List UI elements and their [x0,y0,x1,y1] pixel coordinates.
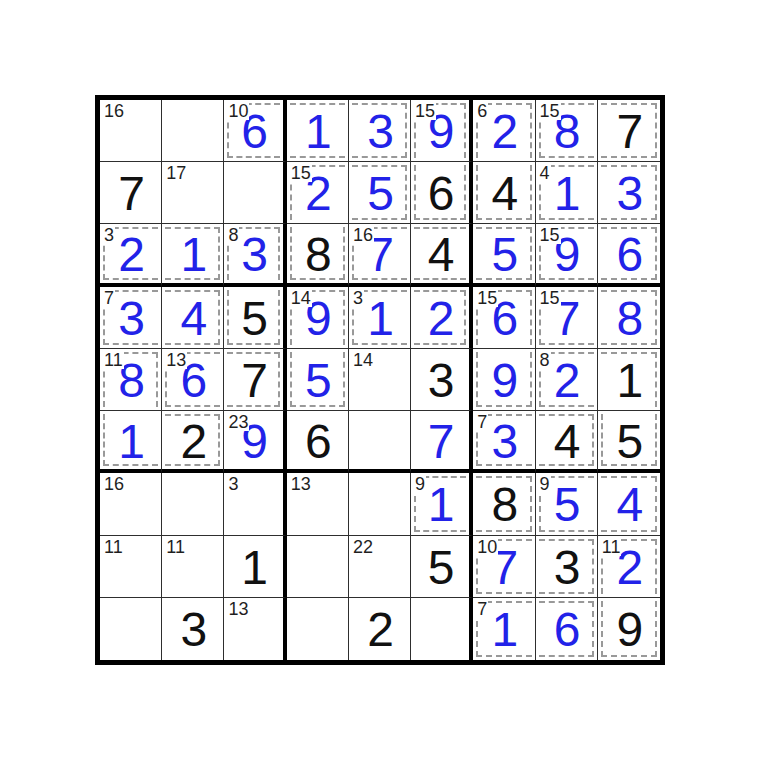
cage-sum-label: 10 [227,102,249,120]
cell-r4c6[interactable]: 2 [411,287,473,349]
solved-digit: 1 [118,418,145,466]
cage-sum-label: 7 [476,600,488,618]
cell-r9c5[interactable]: 2 [349,598,411,660]
cell-r5c7[interactable]: 9 [473,349,535,411]
cage-sum-label: 6 [476,102,488,120]
solved-digit: 2 [492,108,519,156]
cell-r5c4[interactable]: 5 [287,349,349,411]
cell-r5c9[interactable]: 1 [598,349,660,411]
solved-digit: 1 [305,108,332,156]
cell-r2c8[interactable]: 41 [536,162,598,224]
solved-digit: 5 [367,170,394,218]
cage-sum-label: 15 [290,164,312,182]
cell-r3c3[interactable]: 83 [224,224,286,286]
solved-digit: 1 [180,231,207,279]
cell-r1c3[interactable]: 106 [224,100,286,162]
solved-digit: 8 [617,295,644,343]
given-digit: 7 [118,170,145,218]
cell-r9c7[interactable]: 71 [473,598,535,660]
solved-digit: 4 [617,481,644,529]
cell-r6c5[interactable] [349,411,411,473]
given-digit: 8 [492,481,519,529]
cell-r2c6[interactable]: 6 [411,162,473,224]
cell-r8c2[interactable]: 11 [162,536,224,598]
cell-r2c2[interactable]: 17 [162,162,224,224]
given-digit: 3 [180,606,207,654]
cage-sum-label: 15 [476,289,498,307]
cell-r9c9[interactable]: 9 [598,598,660,660]
given-digit: 9 [617,606,644,654]
cage-sum-label: 13 [290,475,312,493]
cage-sum-label: 8 [539,351,551,369]
cell-r8c3[interactable]: 1 [224,536,286,598]
cell-r5c6[interactable]: 3 [411,349,473,411]
cage-sum-label: 9 [414,475,426,493]
cage-sum-label: 16 [352,226,374,244]
cell-r1c2[interactable] [162,100,224,162]
solved-digit: 5 [554,481,581,529]
cell-r1c4[interactable]: 1 [287,100,349,162]
cell-r7c9[interactable]: 4 [598,473,660,535]
cell-r7c8[interactable]: 95 [536,473,598,535]
solved-digit: 4 [180,295,207,343]
solved-digit: 5 [492,231,519,279]
solved-digit: 3 [617,170,644,218]
cell-r2c9[interactable]: 3 [598,162,660,224]
cage-sum-label: 11 [601,538,622,556]
solved-digit: 1 [554,170,581,218]
cell-r6c6[interactable]: 7 [411,411,473,473]
solved-digit: 3 [118,295,145,343]
cell-r8c1[interactable]: 11 [100,536,162,598]
cell-r5c5[interactable]: 14 [349,349,411,411]
solved-digit: 7 [428,418,455,466]
cell-r3c7[interactable]: 5 [473,224,535,286]
cage-sum-label: 3 [103,226,115,244]
solved-digit: 3 [492,418,519,466]
given-digit: 5 [428,544,455,592]
cell-r4c1[interactable]: 73 [100,287,162,349]
solved-digit: 9 [492,357,519,405]
given-digit: 1 [617,357,644,405]
cell-r3c8[interactable]: 159 [536,224,598,286]
cell-r3c6[interactable]: 4 [411,224,473,286]
cell-r1c1[interactable]: 16 [100,100,162,162]
cage-sum-label: 3 [227,475,239,493]
given-digit: 7 [617,108,644,156]
given-digit: 5 [241,295,268,343]
solved-digit: 3 [367,108,394,156]
killer-sudoku-board: 1610613159621587717152564413321838167451… [95,95,665,665]
cell-r8c5[interactable]: 22 [349,536,411,598]
given-digit: 6 [305,418,332,466]
cage-sum-label: 15 [414,102,436,120]
cage-sum-label: 15 [539,102,561,120]
cell-r5c2[interactable]: 136 [162,349,224,411]
cell-r8c8[interactable]: 3 [536,536,598,598]
cell-r4c9[interactable]: 8 [598,287,660,349]
cell-r6c3[interactable]: 239 [224,411,286,473]
given-digit: 8 [305,231,332,279]
cell-r9c3[interactable]: 13 [224,598,286,660]
cell-r1c7[interactable]: 62 [473,100,535,162]
given-digit: 5 [617,418,644,466]
solved-digit: 1 [367,295,394,343]
cage-sum-label: 13 [165,351,187,369]
solved-digit: 1 [492,606,519,654]
cell-r6c4[interactable]: 6 [287,411,349,473]
cell-r9c4[interactable] [287,598,349,660]
cell-r4c3[interactable]: 5 [224,287,286,349]
cell-r6c8[interactable]: 4 [536,411,598,473]
cell-r8c6[interactable]: 5 [411,536,473,598]
cell-r7c5[interactable] [349,473,411,535]
cage-sum-label: 23 [227,413,249,431]
cell-r5c8[interactable]: 82 [536,349,598,411]
cell-r6c2[interactable]: 2 [162,411,224,473]
solved-digit: 2 [554,357,581,405]
cage-sum-label: 14 [290,289,312,307]
cage-sum-label: 14 [352,351,374,369]
solved-digit: 1 [428,481,455,529]
cell-r6c1[interactable]: 1 [100,411,162,473]
given-digit: 4 [428,231,455,279]
cell-r3c4[interactable]: 8 [287,224,349,286]
solved-digit: 2 [118,231,145,279]
cage-sum-label: 15 [539,226,561,244]
cell-r2c3[interactable] [224,162,286,224]
cell-r6c7[interactable]: 73 [473,411,535,473]
cage-sum-label: 11 [103,538,124,556]
cell-r9c2[interactable]: 3 [162,598,224,660]
cell-r9c6[interactable] [411,598,473,660]
cell-r1c5[interactable]: 3 [349,100,411,162]
cage-sum-label: 4 [539,164,551,182]
cage-sum-label: 17 [165,164,187,182]
cell-r3c9[interactable]: 6 [598,224,660,286]
cell-r7c4[interactable]: 13 [287,473,349,535]
cell-r9c8[interactable]: 6 [536,598,598,660]
given-digit: 6 [428,170,455,218]
cell-r4c4[interactable]: 149 [287,287,349,349]
cell-r4c2[interactable]: 4 [162,287,224,349]
given-digit: 3 [554,544,581,592]
cell-r2c1[interactable]: 7 [100,162,162,224]
cell-r5c3[interactable]: 7 [224,349,286,411]
cell-r1c8[interactable]: 158 [536,100,598,162]
cage-sum-label: 10 [476,538,498,556]
solved-digit: 6 [554,606,581,654]
cage-sum-label: 7 [103,289,115,307]
cage-sum-label: 3 [352,289,364,307]
cage-sum-label: 15 [539,289,561,307]
cell-r7c1[interactable]: 16 [100,473,162,535]
cell-r3c2[interactable]: 1 [162,224,224,286]
cage-sum-label: 16 [103,102,125,120]
given-digit: 2 [367,606,394,654]
cell-r2c4[interactable]: 152 [287,162,349,224]
cell-r4c7[interactable]: 156 [473,287,535,349]
cell-r4c8[interactable]: 157 [536,287,598,349]
cage-sum-label: 13 [227,600,249,618]
cell-r4c5[interactable]: 31 [349,287,411,349]
cage-sum-label: 7 [476,413,488,431]
cage-sum-label: 11 [103,351,124,369]
cage-sum-label: 16 [103,475,125,493]
cell-r2c7[interactable]: 4 [473,162,535,224]
cage-sum-label: 22 [352,538,374,556]
cell-r1c6[interactable]: 159 [411,100,473,162]
cell-r3c5[interactable]: 167 [349,224,411,286]
given-digit: 1 [241,544,268,592]
cell-r8c4[interactable] [287,536,349,598]
cell-r1c9[interactable]: 7 [598,100,660,162]
given-digit: 4 [554,418,581,466]
given-digit: 3 [428,357,455,405]
cell-r5c1[interactable]: 118 [100,349,162,411]
cell-r7c2[interactable] [162,473,224,535]
cage-sum-label: 11 [165,538,186,556]
solved-digit: 3 [241,231,268,279]
given-digit: 2 [180,418,207,466]
cell-r8c7[interactable]: 107 [473,536,535,598]
solved-digit: 2 [428,295,455,343]
cell-r7c7[interactable]: 8 [473,473,535,535]
cage-sum-label: 8 [227,226,239,244]
cage-sum-label: 9 [539,475,551,493]
cell-r9c1[interactable] [100,598,162,660]
solved-digit: 6 [617,231,644,279]
cell-r7c3[interactable]: 3 [224,473,286,535]
solved-digit: 5 [305,357,332,405]
cell-r7c6[interactable]: 91 [411,473,473,535]
cell-r8c9[interactable]: 112 [598,536,660,598]
given-digit: 4 [492,170,519,218]
cell-r2c5[interactable]: 5 [349,162,411,224]
cell-r3c1[interactable]: 32 [100,224,162,286]
given-digit: 7 [241,357,268,405]
cell-r6c9[interactable]: 5 [598,411,660,473]
